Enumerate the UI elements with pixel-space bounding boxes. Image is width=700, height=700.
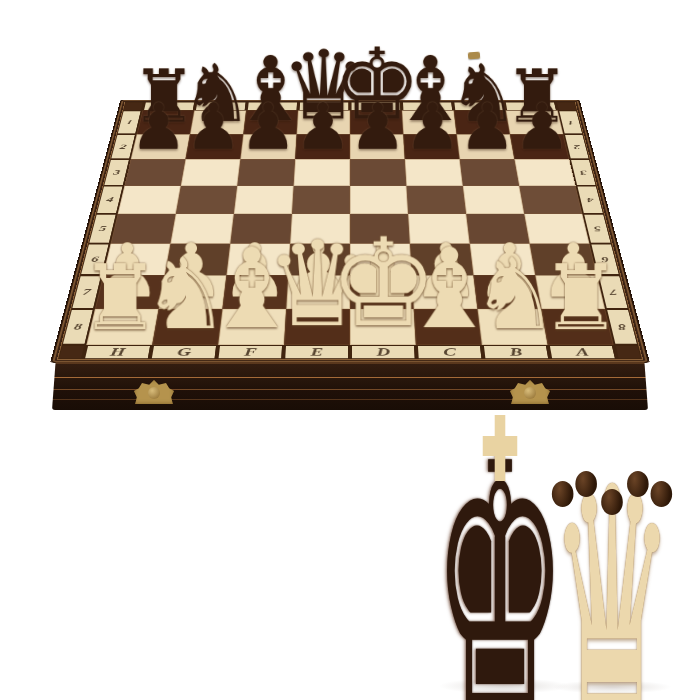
square-c3 [405,159,463,185]
square-a7: ♟ [535,275,605,309]
square-f2: ♟ [240,134,296,159]
square-b4 [463,186,524,214]
square-b1: ♞ [454,111,510,135]
square-g7: ♟ [159,275,227,309]
coord-cell-top [144,102,194,109]
square-a6 [530,244,597,276]
coord-cell-top [454,102,504,109]
coord-cell-top [352,102,401,109]
square-g4 [176,186,237,214]
rank-label-right: 4 [577,187,602,213]
closeup-dark-king: ♚ [424,403,575,700]
rank-label-right: 2 [565,135,589,159]
queen-ball-finial-icon [575,471,597,497]
rank-label-right-text: 1 [567,119,575,125]
rank-label-right: 1 [559,111,582,133]
square-g3 [181,159,241,185]
square-c2: ♟ [403,134,459,159]
square-a5 [524,214,589,244]
chess-board-scene: 1♜♞♝♛♚♝♞♜12♟♟♟♟♟♟♟♟2334455667♟♟♟♟♟♟♟♟78♜… [50,0,650,363]
square-e7: ♟ [286,275,350,309]
square-d4 [350,186,408,214]
square-b3 [460,159,520,185]
rank-label-right-text: 7 [608,287,618,296]
frame-corner [59,346,84,358]
rank-label-right: 7 [599,276,628,308]
rank-label-right-text: 5 [593,225,602,233]
square-a4 [519,186,582,214]
queen-ball-finial-icon [627,471,649,497]
square-d2: ♟ [350,134,405,159]
square-h7: ♟ [95,275,165,309]
file-label-c: C [418,346,482,358]
square-a3 [514,159,575,185]
square-h1: ♜ [137,111,195,135]
square-h5 [111,214,176,244]
product-photo: 1♜♞♝♛♚♝♞♜12♟♟♟♟♟♟♟♟2334455667♟♟♟♟♟♟♟♟78♜… [0,0,700,700]
square-e6 [288,244,350,276]
square-e3 [294,159,350,185]
square-f3 [237,159,295,185]
board-front-edge [52,362,648,410]
dark-rook: ♜ [504,60,570,133]
square-g2: ♟ [186,134,244,159]
rank-label-right-text: 8 [617,322,627,332]
square-h8: ♜ [86,309,158,345]
file-label-b: B [484,346,548,358]
file-label-h: H [85,346,150,358]
square-b8: ♞ [478,309,548,345]
rank-label-right-text: 3 [579,169,587,176]
square-f8: ♝ [218,309,286,345]
rank-label-right-text: 4 [586,196,595,204]
square-d6 [350,244,412,276]
coord-cell-top [196,102,246,109]
square-c6 [410,244,474,276]
light-queen-glyph: ♛ [549,424,675,700]
square-e1: ♛ [297,111,350,135]
square-b7: ♟ [474,275,542,309]
dark-rook: ♜ [131,60,197,133]
square-e8: ♛ [284,309,350,345]
dark-knight: ♞ [181,54,252,134]
coord-cell-top [506,102,556,109]
square-e5 [290,214,350,244]
queen-ball-finial-icon [601,489,623,515]
square-g6 [165,244,231,276]
rank-label-right: 3 [571,160,596,185]
square-b5 [466,214,529,244]
square-a8: ♜ [541,309,613,345]
square-a1: ♜ [506,111,564,135]
frame-corner [557,102,576,109]
queen-ball-finial-icon [552,481,574,507]
file-label-g: G [152,346,216,358]
dark-king-glyph: ♚ [432,373,568,700]
square-d3 [350,159,406,185]
rank-label-left: 7 [72,276,101,308]
square-c7: ♟ [412,275,478,309]
square-f6 [226,244,290,276]
board-grid: 1♜♞♝♛♚♝♞♜12♟♟♟♟♟♟♟♟2334455667♟♟♟♟♟♟♟♟78♜… [57,102,643,360]
square-d8: ♚ [350,309,416,345]
file-label-a: A [550,346,615,358]
hinge-icon [468,52,480,60]
square-h6 [103,244,170,276]
coord-cell-top [300,102,349,109]
brass-clasp-icon [134,380,174,404]
square-h4 [118,186,181,214]
square-c8: ♝ [414,309,482,345]
square-b6 [470,244,536,276]
square-g5 [170,214,233,244]
king-cross-finial-icon [482,415,517,481]
square-f5 [230,214,292,244]
square-c1: ♝ [402,111,457,135]
square-h3 [124,159,185,185]
square-c4 [406,186,466,214]
closeup-light-queen: ♛ [542,449,683,700]
king-shadow [438,678,570,694]
rank-label-right-text: 6 [600,255,609,263]
square-h2: ♟ [131,134,190,159]
frame-corner [124,102,143,109]
square-b2: ♟ [457,134,515,159]
square-a2: ♟ [510,134,569,159]
rank-label-left: 4 [97,187,122,213]
brass-clasp-icon [510,380,550,404]
queen-shadow [552,680,672,694]
file-label-e: E [285,346,348,358]
square-e2: ♟ [295,134,350,159]
square-f7: ♟ [222,275,288,309]
file-label-d: D [352,346,415,358]
frame-corner [616,346,641,358]
square-f4 [234,186,294,214]
square-d5 [350,214,410,244]
square-g1: ♞ [190,111,246,135]
square-d1: ♚ [350,111,403,135]
chess-board: 1♜♞♝♛♚♝♞♜12♟♟♟♟♟♟♟♟2334455667♟♟♟♟♟♟♟♟78♜… [50,100,650,363]
square-g8: ♞ [152,309,222,345]
square-e4 [292,186,350,214]
coord-cell-top [248,102,297,109]
square-f1: ♝ [243,111,298,135]
queen-ball-finial-icon [651,481,673,507]
coord-cell-top [403,102,452,109]
file-label-f: F [219,346,283,358]
square-c5 [408,214,470,244]
rank-label-right-text: 2 [573,143,581,150]
square-d7: ♟ [350,275,414,309]
